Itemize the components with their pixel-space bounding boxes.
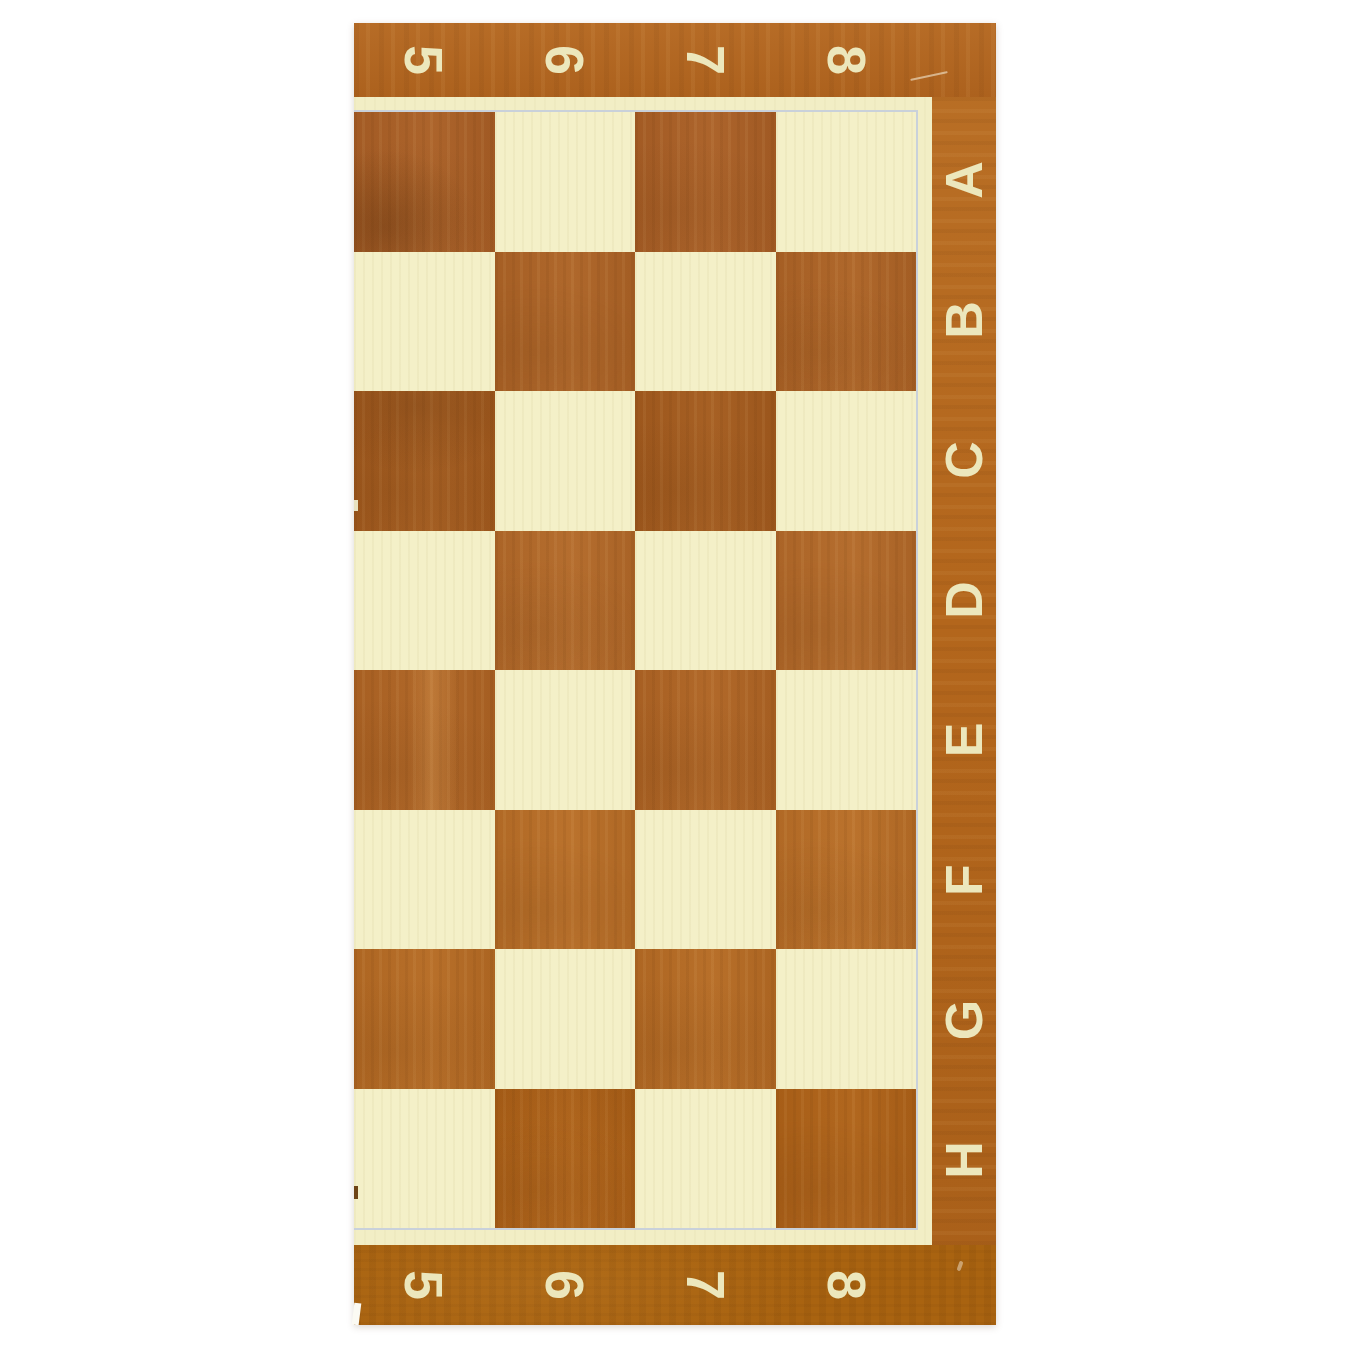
square-f6[interactable] [495, 810, 636, 950]
file-label-b: B [932, 250, 996, 390]
square-d7[interactable] [635, 531, 776, 671]
rank-label-top-7-text: 7 [679, 45, 733, 75]
square-c7[interactable] [635, 391, 776, 531]
file-label-b-text: B [938, 301, 990, 339]
file-label-d: D [932, 530, 996, 670]
square-h7[interactable] [635, 1089, 776, 1229]
file-label-a: A [932, 110, 996, 250]
rank-label-bottom-7-text: 7 [679, 1270, 733, 1300]
square-c5[interactable] [354, 391, 495, 531]
square-e8[interactable] [776, 670, 917, 810]
file-label-c: C [932, 390, 996, 530]
rank-labels-top: 5678 [354, 23, 918, 97]
square-e5[interactable] [354, 670, 495, 810]
file-label-a-text: A [938, 161, 990, 199]
fold-edge-nick [354, 1186, 358, 1199]
rank-label-top-5-text: 5 [397, 45, 451, 75]
rank-label-bottom-8-text: 8 [820, 1270, 874, 1300]
chessboard-half: 5678 5678 ABCDEFGH [354, 23, 996, 1325]
rank-label-bottom-6: 6 [495, 1245, 636, 1325]
file-label-g: G [932, 950, 996, 1090]
fold-edge-nick [354, 500, 358, 511]
rank-labels-bottom: 5678 [354, 1245, 918, 1325]
rank-label-top-8-text: 8 [820, 45, 874, 75]
rank-label-top-6: 6 [495, 23, 636, 97]
square-f5[interactable] [354, 810, 495, 950]
square-d8[interactable] [776, 531, 917, 671]
square-b7[interactable] [635, 252, 776, 392]
rank-label-top-8: 8 [777, 23, 918, 97]
rank-label-bottom-6-text: 6 [538, 1270, 592, 1300]
file-label-f: F [932, 810, 996, 950]
file-label-g-text: G [938, 1000, 990, 1040]
square-e7[interactable] [635, 670, 776, 810]
file-label-h: H [932, 1090, 996, 1230]
square-d5[interactable] [354, 531, 495, 671]
square-a6[interactable] [495, 112, 636, 252]
square-g5[interactable] [354, 949, 495, 1089]
file-label-f-text: F [938, 864, 990, 896]
file-label-c-text: C [938, 441, 990, 479]
file-label-e: E [932, 670, 996, 810]
square-b8[interactable] [776, 252, 917, 392]
rank-label-top-7: 7 [636, 23, 777, 97]
square-h6[interactable] [495, 1089, 636, 1229]
square-g6[interactable] [495, 949, 636, 1089]
file-label-d-text: D [938, 581, 990, 619]
square-c6[interactable] [495, 391, 636, 531]
rank-label-bottom-8: 8 [777, 1245, 918, 1325]
square-g8[interactable] [776, 949, 917, 1089]
square-h8[interactable] [776, 1089, 917, 1229]
file-label-h-text: H [938, 1141, 990, 1179]
file-label-e-text: E [938, 723, 990, 758]
square-e6[interactable] [495, 670, 636, 810]
playing-area [354, 110, 918, 1230]
rank-label-bottom-5: 5 [354, 1245, 495, 1325]
rank-label-bottom-5-text: 5 [397, 1270, 451, 1300]
rank-label-top-5: 5 [354, 23, 495, 97]
square-a8[interactable] [776, 112, 917, 252]
square-a7[interactable] [635, 112, 776, 252]
square-f7[interactable] [635, 810, 776, 950]
square-b5[interactable] [354, 252, 495, 392]
square-h5[interactable] [354, 1089, 495, 1229]
square-g7[interactable] [635, 949, 776, 1089]
square-f8[interactable] [776, 810, 917, 950]
square-c8[interactable] [776, 391, 917, 531]
square-a5[interactable] [354, 112, 495, 252]
square-b6[interactable] [495, 252, 636, 392]
square-d6[interactable] [495, 531, 636, 671]
rank-label-bottom-7: 7 [636, 1245, 777, 1325]
photo-background: 5678 5678 ABCDEFGH [0, 0, 1350, 1350]
file-labels-right: ABCDEFGH [932, 110, 996, 1230]
rank-label-top-6-text: 6 [538, 45, 592, 75]
